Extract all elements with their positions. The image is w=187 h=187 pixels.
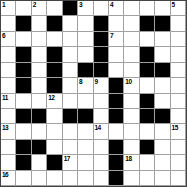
white-cell-r7c3[interactable] <box>47 109 62 124</box>
white-cell-r2c3[interactable] <box>47 32 62 47</box>
black-cell-r1c10 <box>155 16 170 31</box>
white-cell-r3c5[interactable] <box>78 47 93 62</box>
black-cell-r9c9 <box>140 140 155 155</box>
white-cell-r4c2[interactable] <box>32 63 47 78</box>
black-cell-r4c3 <box>47 63 62 78</box>
black-cell-r7c2 <box>32 109 47 124</box>
white-cell-r6c3[interactable]: 12 <box>47 94 62 109</box>
white-cell-r5c0[interactable] <box>1 78 16 93</box>
black-cell-r1c9 <box>140 16 155 31</box>
white-cell-r2c9[interactable] <box>140 32 155 47</box>
crossword-grid: 123456789101112131415171816 <box>0 0 187 187</box>
white-cell-r10c2[interactable] <box>32 155 47 170</box>
white-cell-r11c10[interactable] <box>155 171 170 186</box>
black-cell-r3c9 <box>140 47 155 62</box>
white-cell-r11c1[interactable] <box>16 171 31 186</box>
white-cell-r9c10[interactable] <box>155 140 170 155</box>
white-cell-r9c4[interactable] <box>63 140 78 155</box>
white-cell-r8c11[interactable]: 15 <box>171 124 186 139</box>
clue-number-11: 11 <box>2 94 8 101</box>
black-cell-r4c6 <box>94 63 109 78</box>
black-cell-r4c1 <box>16 63 31 78</box>
white-cell-r10c11[interactable] <box>171 155 186 170</box>
clue-number-1: 1 <box>2 1 5 8</box>
white-cell-r0c3[interactable] <box>47 1 62 16</box>
white-cell-r1c8[interactable] <box>124 16 139 31</box>
white-cell-r0c5[interactable]: 3 <box>78 1 93 16</box>
white-cell-r6c8[interactable] <box>124 94 139 109</box>
black-cell-r4c9 <box>140 63 155 78</box>
white-cell-r7c6[interactable] <box>94 109 109 124</box>
white-cell-r2c0[interactable]: 6 <box>1 32 16 47</box>
black-cell-r10c7 <box>109 155 124 170</box>
white-cell-r1c2[interactable] <box>32 16 47 31</box>
black-cell-r1c3 <box>47 16 62 31</box>
white-cell-r6c4[interactable] <box>63 94 78 109</box>
black-cell-r7c1 <box>16 109 31 124</box>
white-cell-r0c9[interactable] <box>140 1 155 16</box>
white-cell-r2c7[interactable]: 7 <box>109 32 124 47</box>
white-cell-r3c10[interactable] <box>155 47 170 62</box>
white-cell-r3c0[interactable] <box>1 47 16 62</box>
white-cell-r4c4[interactable] <box>63 63 78 78</box>
white-cell-r4c0[interactable] <box>1 63 16 78</box>
black-cell-r6c9 <box>140 94 155 109</box>
white-cell-r2c5[interactable] <box>78 32 93 47</box>
white-cell-r8c1[interactable] <box>16 124 31 139</box>
black-cell-r9c2 <box>32 140 47 155</box>
black-cell-r1c1 <box>16 16 31 31</box>
white-cell-r6c6[interactable] <box>94 94 109 109</box>
white-cell-r5c6[interactable]: 9 <box>94 78 109 93</box>
white-cell-r10c0[interactable] <box>1 155 16 170</box>
white-cell-r3c8[interactable] <box>124 47 139 62</box>
white-cell-r10c9[interactable] <box>140 155 155 170</box>
clue-number-2: 2 <box>33 1 36 8</box>
black-cell-r7c5 <box>78 109 93 124</box>
white-cell-r0c8[interactable] <box>124 1 139 16</box>
black-cell-r7c10 <box>155 109 170 124</box>
black-cell-r5c7 <box>109 78 124 93</box>
black-cell-r3c6 <box>94 47 109 62</box>
clue-number-10: 10 <box>125 78 131 85</box>
white-cell-r11c6[interactable] <box>94 171 109 186</box>
clue-number-7: 7 <box>110 32 113 39</box>
white-cell-r1c0[interactable] <box>1 16 16 31</box>
white-cell-r11c11[interactable] <box>171 171 186 186</box>
white-cell-r10c8[interactable]: 18 <box>124 155 139 170</box>
white-cell-r4c8[interactable] <box>124 63 139 78</box>
black-cell-r5c1 <box>16 78 31 93</box>
white-cell-r8c8[interactable] <box>124 124 139 139</box>
clue-number-9: 9 <box>95 78 98 85</box>
clue-number-5: 5 <box>172 1 175 8</box>
white-cell-r5c2[interactable] <box>32 78 47 93</box>
clue-number-14: 14 <box>95 124 101 131</box>
black-cell-r11c7 <box>109 171 124 186</box>
black-cell-r9c7 <box>109 140 124 155</box>
white-cell-r9c6[interactable] <box>94 140 109 155</box>
white-cell-r5c10[interactable] <box>155 78 170 93</box>
clue-number-12: 12 <box>48 94 54 101</box>
white-cell-r5c8[interactable]: 10 <box>124 78 139 93</box>
white-cell-r6c0[interactable]: 11 <box>1 94 16 109</box>
black-cell-r10c1 <box>16 155 31 170</box>
white-cell-r1c4[interactable] <box>63 16 78 31</box>
white-cell-r6c10[interactable] <box>155 94 170 109</box>
white-cell-r8c4[interactable] <box>63 124 78 139</box>
clue-number-15: 15 <box>172 124 178 131</box>
black-cell-r7c4 <box>63 109 78 124</box>
black-cell-r7c7 <box>109 109 124 124</box>
white-cell-r6c11[interactable] <box>171 94 186 109</box>
black-cell-r7c9 <box>140 109 155 124</box>
white-cell-r9c5[interactable] <box>78 140 93 155</box>
clue-number-3: 3 <box>79 1 82 8</box>
white-cell-r2c2[interactable] <box>32 32 47 47</box>
white-cell-r8c0[interactable]: 13 <box>1 124 16 139</box>
black-cell-r9c1 <box>16 140 31 155</box>
white-cell-r2c11[interactable] <box>171 32 186 47</box>
white-cell-r10c4[interactable]: 17 <box>63 155 78 170</box>
clue-number-17: 17 <box>64 155 70 162</box>
white-cell-r10c10[interactable] <box>155 155 170 170</box>
white-cell-r8c5[interactable] <box>78 124 93 139</box>
black-cell-r4c5 <box>78 63 93 78</box>
clue-number-13: 13 <box>2 124 8 131</box>
white-cell-r0c7[interactable]: 4 <box>109 1 124 16</box>
black-cell-r3c3 <box>47 47 62 62</box>
white-cell-r6c5[interactable] <box>78 94 93 109</box>
white-cell-r8c6[interactable]: 14 <box>94 124 109 139</box>
white-cell-r1c5[interactable] <box>78 16 93 31</box>
white-cell-r5c9[interactable] <box>140 78 155 93</box>
white-cell-r9c8[interactable] <box>124 140 139 155</box>
black-cell-r3c1 <box>16 47 31 62</box>
black-cell-r5c3 <box>47 78 62 93</box>
white-cell-r2c4[interactable] <box>63 32 78 47</box>
white-cell-r8c7[interactable] <box>109 124 124 139</box>
white-cell-r8c10[interactable] <box>155 124 170 139</box>
white-cell-r7c11[interactable] <box>171 109 186 124</box>
white-cell-r11c8[interactable] <box>124 171 139 186</box>
white-cell-r0c6[interactable] <box>94 1 109 16</box>
white-cell-r0c10[interactable] <box>155 1 170 16</box>
white-cell-r1c11[interactable] <box>171 16 186 31</box>
white-cell-r0c1[interactable] <box>16 1 31 16</box>
white-cell-r7c0[interactable] <box>1 109 16 124</box>
white-cell-r0c0[interactable]: 1 <box>1 1 16 16</box>
white-cell-r0c2[interactable]: 2 <box>32 1 47 16</box>
white-cell-r3c7[interactable] <box>109 47 124 62</box>
black-cell-r10c3 <box>47 155 62 170</box>
white-cell-r2c1[interactable] <box>16 32 31 47</box>
white-cell-r11c9[interactable] <box>140 171 155 186</box>
white-cell-r5c11[interactable] <box>171 78 186 93</box>
white-cell-r11c0[interactable]: 16 <box>1 171 16 186</box>
clue-number-6: 6 <box>2 32 5 39</box>
white-cell-r9c3[interactable] <box>47 140 62 155</box>
white-cell-r11c2[interactable] <box>32 171 47 186</box>
black-cell-r0c4 <box>63 1 78 16</box>
black-cell-r2c6 <box>94 32 109 47</box>
white-cell-r4c7[interactable] <box>109 63 124 78</box>
white-cell-r9c11[interactable] <box>171 140 186 155</box>
white-cell-r10c5[interactable] <box>78 155 93 170</box>
black-cell-r4c10 <box>155 63 170 78</box>
clue-number-8: 8 <box>79 78 82 85</box>
white-cell-r8c3[interactable] <box>47 124 62 139</box>
white-cell-r11c5[interactable] <box>78 171 93 186</box>
white-cell-r2c10[interactable] <box>155 32 170 47</box>
white-cell-r3c4[interactable] <box>63 47 78 62</box>
black-cell-r1c6 <box>94 16 109 31</box>
white-cell-r6c2[interactable] <box>32 94 47 109</box>
clue-number-18: 18 <box>125 155 131 162</box>
white-cell-r9c0[interactable] <box>1 140 16 155</box>
white-cell-r3c2[interactable] <box>32 47 47 62</box>
white-cell-r1c7[interactable] <box>109 16 124 31</box>
white-cell-r5c4[interactable] <box>63 78 78 93</box>
white-cell-r11c4[interactable] <box>63 171 78 186</box>
white-cell-r4c11[interactable] <box>171 63 186 78</box>
white-cell-r5c5[interactable]: 8 <box>78 78 93 93</box>
clue-number-16: 16 <box>2 171 8 178</box>
white-cell-r0c11[interactable]: 5 <box>171 1 186 16</box>
clue-number-4: 4 <box>110 1 113 8</box>
white-cell-r7c8[interactable] <box>124 109 139 124</box>
white-cell-r8c9[interactable] <box>140 124 155 139</box>
white-cell-r3c11[interactable] <box>171 47 186 62</box>
white-cell-r11c3[interactable] <box>47 171 62 186</box>
white-cell-r6c1[interactable] <box>16 94 31 109</box>
black-cell-r6c7 <box>109 94 124 109</box>
white-cell-r8c2[interactable] <box>32 124 47 139</box>
white-cell-r10c6[interactable] <box>94 155 109 170</box>
white-cell-r2c8[interactable] <box>124 32 139 47</box>
